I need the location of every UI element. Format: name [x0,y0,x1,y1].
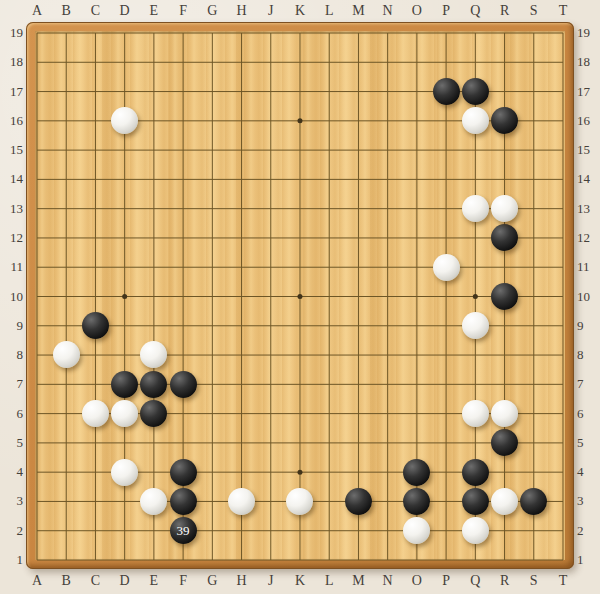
move-number-label: 39 [170,517,197,544]
row-label-right-10: 10 [577,289,600,305]
row-label-left-14: 14 [0,171,23,187]
col-label-bottom-H: H [236,573,246,589]
row-label-left-3: 3 [0,493,23,509]
col-label-top-T: T [559,3,568,19]
col-label-bottom-E: E [150,573,159,589]
white-stone-P11[interactable] [433,254,460,281]
col-label-bottom-O: O [412,573,422,589]
white-stone-D16[interactable] [111,107,138,134]
white-stone-Q13[interactable] [462,195,489,222]
row-label-left-8: 8 [0,347,23,363]
black-stone-R12[interactable] [491,224,518,251]
black-stone-F3[interactable] [170,488,197,515]
col-label-top-D: D [120,3,130,19]
col-label-top-M: M [352,3,364,19]
white-stone-Q9[interactable] [462,312,489,339]
col-label-bottom-G: G [207,573,217,589]
col-label-top-J: J [268,3,273,19]
row-label-right-5: 5 [577,435,600,451]
col-label-top-S: S [530,3,538,19]
black-stone-O3[interactable] [403,488,430,515]
col-label-bottom-N: N [383,573,393,589]
white-stone-O2[interactable] [403,517,430,544]
row-label-left-16: 16 [0,113,23,129]
row-label-right-17: 17 [577,84,600,100]
row-label-left-12: 12 [0,230,23,246]
black-stone-P17[interactable] [433,78,460,105]
col-label-top-G: G [207,3,217,19]
row-label-left-10: 10 [0,289,23,305]
row-label-right-7: 7 [577,376,600,392]
col-label-top-E: E [150,3,159,19]
row-label-right-8: 8 [577,347,600,363]
row-label-right-15: 15 [577,142,600,158]
col-label-bottom-B: B [62,573,71,589]
row-label-right-16: 16 [577,113,600,129]
go-diagram: 39 AABBCCDDEEFFGGHHJJKKLLMMNNOOPPQQRRSST… [0,0,600,594]
black-stone-E7[interactable] [140,371,167,398]
white-stone-E8[interactable] [140,341,167,368]
white-stone-K3[interactable] [286,488,313,515]
row-label-right-3: 3 [577,493,600,509]
col-label-bottom-F: F [179,573,187,589]
col-label-bottom-M: M [352,573,364,589]
col-label-bottom-D: D [120,573,130,589]
col-label-bottom-K: K [295,573,305,589]
col-label-top-B: B [62,3,71,19]
black-stone-F2[interactable]: 39 [170,517,197,544]
row-label-left-1: 1 [0,552,23,568]
black-stone-M3[interactable] [345,488,372,515]
black-stone-E6[interactable] [140,400,167,427]
row-label-right-19: 19 [577,25,600,41]
white-stone-E3[interactable] [140,488,167,515]
col-label-top-F: F [179,3,187,19]
white-stone-C6[interactable] [82,400,109,427]
col-label-top-Q: Q [470,3,480,19]
row-label-right-13: 13 [577,201,600,217]
row-label-right-14: 14 [577,171,600,187]
black-stone-F4[interactable] [170,459,197,486]
row-label-left-5: 5 [0,435,23,451]
row-label-right-1: 1 [577,552,600,568]
row-label-right-9: 9 [577,318,600,334]
row-label-left-4: 4 [0,464,23,480]
white-stone-Q16[interactable] [462,107,489,134]
white-stone-R13[interactable] [491,195,518,222]
col-label-bottom-L: L [325,573,334,589]
row-label-left-19: 19 [0,25,23,41]
white-stone-Q6[interactable] [462,400,489,427]
col-label-top-K: K [295,3,305,19]
col-label-bottom-Q: Q [470,573,480,589]
black-stone-Q3[interactable] [462,488,489,515]
black-stone-C9[interactable] [82,312,109,339]
black-stone-R16[interactable] [491,107,518,134]
row-label-right-12: 12 [577,230,600,246]
white-stone-D6[interactable] [111,400,138,427]
row-label-left-17: 17 [0,84,23,100]
col-label-top-R: R [500,3,509,19]
black-stone-R5[interactable] [491,429,518,456]
col-label-top-H: H [236,3,246,19]
col-label-top-L: L [325,3,334,19]
col-label-top-N: N [383,3,393,19]
row-label-left-2: 2 [0,523,23,539]
col-label-bottom-C: C [91,573,100,589]
black-stone-Q4[interactable] [462,459,489,486]
row-label-right-4: 4 [577,464,600,480]
row-label-left-7: 7 [0,376,23,392]
row-label-right-11: 11 [577,259,600,275]
row-label-right-18: 18 [577,54,600,70]
col-label-bottom-J: J [268,573,273,589]
col-label-top-O: O [412,3,422,19]
col-label-bottom-T: T [559,573,568,589]
white-stone-B8[interactable] [53,341,80,368]
white-stone-D4[interactable] [111,459,138,486]
row-label-left-15: 15 [0,142,23,158]
white-stone-Q2[interactable] [462,517,489,544]
row-label-right-2: 2 [577,523,600,539]
white-stone-R6[interactable] [491,400,518,427]
row-label-right-6: 6 [577,406,600,422]
col-label-top-P: P [442,3,450,19]
white-stone-H3[interactable] [228,488,255,515]
row-label-left-13: 13 [0,201,23,217]
white-stone-R3[interactable] [491,488,518,515]
row-label-left-18: 18 [0,54,23,70]
black-stone-F7[interactable] [170,371,197,398]
black-stone-R10[interactable] [491,283,518,310]
col-label-bottom-S: S [530,573,538,589]
row-label-left-9: 9 [0,318,23,334]
black-stone-O4[interactable] [403,459,430,486]
col-label-top-A: A [32,3,42,19]
row-label-left-6: 6 [0,406,23,422]
black-stone-D7[interactable] [111,371,138,398]
black-stone-S3[interactable] [520,488,547,515]
col-label-bottom-A: A [32,573,42,589]
black-stone-Q17[interactable] [462,78,489,105]
row-label-left-11: 11 [0,259,23,275]
col-label-bottom-P: P [442,573,450,589]
go-board: 39 [22,18,577,574]
col-label-bottom-R: R [500,573,509,589]
col-label-top-C: C [91,3,100,19]
